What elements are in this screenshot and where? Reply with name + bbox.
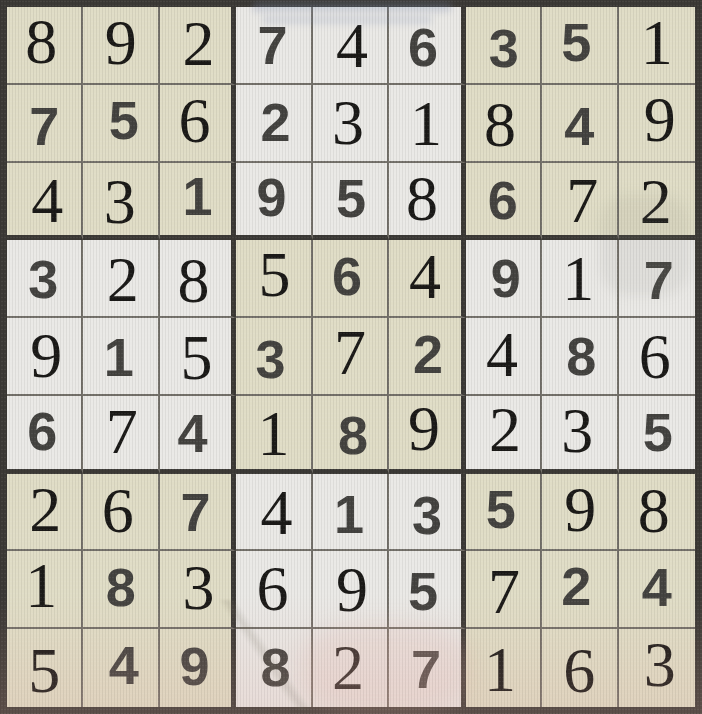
cell-r8c3: 3 [160, 551, 236, 629]
cell-r4c3: 8 [160, 240, 236, 318]
solution-digit: 5 [181, 326, 213, 390]
cell-r5c6: 2 [389, 318, 465, 396]
given-digit: 5 [643, 405, 673, 459]
cell-r5c8: 8 [542, 318, 618, 396]
solution-digit: 1 [25, 554, 57, 618]
solution-digit: 6 [257, 557, 289, 621]
cell-r8c2: 8 [83, 551, 159, 629]
solution-digit: 3 [561, 399, 593, 463]
given-digit: 1 [104, 330, 134, 384]
given-digit: 7 [411, 642, 441, 696]
cell-r5c7: 4 [466, 318, 542, 396]
solution-digit: 9 [336, 558, 368, 622]
given-digit: 2 [261, 95, 291, 149]
given-digit: 5 [486, 482, 516, 536]
solution-digit: 9 [564, 478, 596, 542]
cell-r4c9: 7 [619, 240, 695, 318]
cell-r6c6: 9 [389, 396, 465, 474]
cell-r3c9: 2 [619, 163, 695, 241]
given-digit: 3 [28, 252, 58, 306]
cell-r8c6: 5 [389, 551, 465, 629]
given-digit: 9 [180, 639, 210, 693]
cell-r9c4: 8 [236, 629, 312, 707]
given-digit: 4 [642, 560, 672, 614]
cell-r1c1: 8 [7, 7, 83, 85]
solution-digit: 9 [105, 11, 137, 75]
cell-r7c4: 4 [236, 474, 312, 552]
given-digit: 6 [332, 249, 362, 303]
cell-r8c4: 6 [236, 551, 312, 629]
cell-r3c3: 1 [160, 163, 236, 241]
cell-r9c8: 6 [542, 629, 618, 707]
cell-r1c2: 9 [83, 7, 159, 85]
solution-digit: 8 [484, 93, 516, 157]
solution-digit: 1 [641, 11, 673, 75]
solution-digit: 1 [484, 638, 516, 702]
cell-r6c8: 3 [542, 396, 618, 474]
given-digit: 5 [336, 171, 366, 225]
cell-r8c1: 1 [7, 551, 83, 629]
cell-r7c3: 7 [160, 474, 236, 552]
cell-r2c7: 8 [466, 85, 542, 163]
given-digit: 6 [27, 404, 57, 458]
cell-r2c4: 2 [236, 85, 312, 163]
cell-r9c5: 2 [313, 629, 389, 707]
cell-r6c5: 8 [313, 396, 389, 474]
cell-r3c5: 5 [313, 163, 389, 241]
solution-digit: 4 [409, 245, 441, 309]
cell-r7c1: 2 [7, 474, 83, 552]
sudoku-scan: 8927463517562318494319586723285649179153… [0, 0, 702, 714]
cell-r7c6: 3 [389, 474, 465, 552]
cell-r1c8: 5 [542, 7, 618, 85]
given-digit: 8 [261, 640, 291, 694]
cell-r3c6: 8 [389, 163, 465, 241]
cell-r3c4: 9 [236, 163, 312, 241]
solution-digit: 8 [406, 167, 438, 231]
solution-digit: 7 [106, 400, 138, 464]
given-digit: 8 [566, 329, 596, 383]
cell-r4c2: 2 [83, 240, 159, 318]
given-digit: 3 [412, 488, 442, 542]
solution-digit: 4 [486, 323, 518, 387]
cell-r4c1: 3 [7, 240, 83, 318]
cell-r5c9: 6 [619, 318, 695, 396]
cell-r2c9: 9 [619, 85, 695, 163]
cell-r1c7: 3 [466, 7, 542, 85]
given-digit: 4 [109, 638, 139, 692]
solution-digit: 1 [562, 247, 594, 311]
cell-r2c6: 1 [389, 85, 465, 163]
given-digit: 6 [408, 20, 438, 74]
cell-r1c5: 4 [313, 7, 389, 85]
cell-r9c1: 5 [7, 629, 83, 707]
cell-r8c7: 7 [466, 551, 542, 629]
solution-digit: 3 [104, 170, 136, 234]
solution-digit: 1 [410, 92, 442, 156]
given-digit: 1 [183, 169, 213, 223]
solution-digit: 8 [178, 249, 210, 313]
cell-r6c9: 5 [619, 396, 695, 474]
cell-r9c3: 9 [160, 629, 236, 707]
solution-digit: 6 [639, 325, 671, 389]
given-digit: 7 [181, 485, 211, 539]
cell-r5c4: 3 [236, 318, 312, 396]
cell-r1c4: 7 [236, 7, 312, 85]
cell-r9c9: 3 [619, 629, 695, 707]
cell-r7c7: 5 [466, 474, 542, 552]
cell-r9c2: 4 [83, 629, 159, 707]
cell-r6c4: 1 [236, 396, 312, 474]
solution-digit: 3 [332, 91, 364, 155]
given-digit: 5 [561, 15, 591, 69]
solution-digit: 2 [107, 248, 139, 312]
cell-r2c2: 5 [83, 85, 159, 163]
cell-r7c5: 1 [313, 474, 389, 552]
solution-digit: 9 [30, 324, 62, 388]
solution-digit: 3 [644, 633, 676, 697]
given-digit: 9 [257, 170, 287, 224]
cell-r7c9: 8 [619, 474, 695, 552]
given-digit: 1 [334, 487, 364, 541]
solution-digit: 7 [334, 321, 366, 385]
cell-r2c5: 3 [313, 85, 389, 163]
cell-r3c2: 3 [83, 163, 159, 241]
solution-digit: 7 [488, 560, 520, 624]
solution-digit: 2 [640, 170, 672, 234]
solution-digit: 9 [644, 88, 676, 152]
cell-r2c3: 6 [160, 85, 236, 163]
solution-digit: 2 [183, 12, 215, 76]
solution-digit: 6 [179, 89, 211, 153]
solution-digit: 8 [25, 10, 57, 74]
cell-r4c6: 4 [389, 240, 465, 318]
given-digit: 7 [258, 18, 288, 72]
solution-digit: 5 [259, 243, 291, 307]
solution-digit: 5 [28, 639, 60, 703]
solution-digit: 2 [29, 478, 61, 542]
given-digit: 4 [178, 406, 208, 460]
cell-r4c4: 5 [236, 240, 312, 318]
given-digit: 5 [408, 564, 438, 618]
cell-r3c7: 6 [466, 163, 542, 241]
solution-digit: 4 [261, 481, 293, 545]
solution-digit: 4 [31, 169, 63, 233]
cell-r8c8: 2 [542, 551, 618, 629]
cell-r2c8: 4 [542, 85, 618, 163]
given-digit: 2 [413, 327, 443, 381]
given-digit: 2 [561, 559, 591, 613]
given-digit: 8 [338, 408, 368, 462]
solution-digit: 4 [336, 14, 368, 78]
cell-r9c7: 1 [466, 629, 542, 707]
given-digit: 6 [488, 173, 518, 227]
given-digit: 7 [29, 99, 59, 153]
solution-digit: 3 [183, 556, 215, 620]
solution-digit: 2 [332, 636, 364, 700]
cell-r6c2: 7 [83, 396, 159, 474]
given-digit: 8 [106, 560, 136, 614]
cell-r6c3: 4 [160, 396, 236, 474]
solution-digit: 7 [566, 169, 598, 233]
cell-r5c2: 1 [83, 318, 159, 396]
cell-r4c8: 1 [542, 240, 618, 318]
given-digit: 3 [489, 21, 519, 75]
solution-digit: 1 [258, 402, 290, 466]
cell-r7c2: 6 [83, 474, 159, 552]
solution-digit: 8 [638, 479, 670, 543]
cell-r3c8: 7 [542, 163, 618, 241]
cell-r6c7: 2 [466, 396, 542, 474]
given-digit: 5 [109, 93, 139, 147]
sudoku-board: 8927463517562318494319586723285649179153… [0, 0, 702, 714]
given-digit: 7 [644, 253, 674, 307]
cell-r1c3: 2 [160, 7, 236, 85]
cell-r5c3: 5 [160, 318, 236, 396]
cell-r6c1: 6 [7, 396, 83, 474]
given-digit: 9 [491, 251, 521, 305]
cell-r5c1: 9 [7, 318, 83, 396]
solution-digit: 6 [563, 639, 595, 703]
given-digit: 4 [564, 99, 594, 153]
cell-r1c6: 6 [389, 7, 465, 85]
cell-r4c5: 6 [313, 240, 389, 318]
solution-digit: 9 [408, 397, 440, 461]
cell-r9c6: 7 [389, 629, 465, 707]
cell-r3c1: 4 [7, 163, 83, 241]
cell-r5c5: 7 [313, 318, 389, 396]
cell-r2c1: 7 [7, 85, 83, 163]
solution-digit: 6 [102, 479, 134, 543]
cell-r7c8: 9 [542, 474, 618, 552]
solution-digit: 2 [489, 398, 521, 462]
cell-r8c9: 4 [619, 551, 695, 629]
cell-r1c9: 1 [619, 7, 695, 85]
cell-r8c5: 9 [313, 551, 389, 629]
cell-r4c7: 9 [466, 240, 542, 318]
given-digit: 3 [256, 332, 286, 386]
